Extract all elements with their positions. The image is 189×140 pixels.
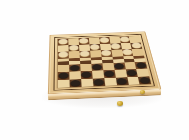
- board-square: [104, 77, 117, 85]
- board-square: [80, 64, 92, 72]
- board-frame: ●●●●●●●●●●●●●●●●●●●●●●●●: [48, 32, 161, 95]
- board-square: [124, 62, 137, 70]
- board-square: ●: [103, 70, 115, 78]
- checker-piece-dark: ●: [103, 69, 115, 77]
- board-square: ●: [125, 69, 138, 77]
- board-square: ●: [138, 76, 151, 84]
- checker-piece-dark: ●: [135, 61, 148, 69]
- checkers-board: ●●●●●●●●●●●●●●●●●●●●●●●●: [48, 32, 161, 95]
- checker-piece-dark: ●: [138, 75, 151, 83]
- board-square: [58, 64, 69, 72]
- board-square: [102, 60, 113, 64]
- board-square: [127, 76, 140, 84]
- checker-piece-dark: ●: [92, 77, 104, 85]
- checker-piece-light: ●: [58, 38, 68, 45]
- checker-piece-light: ●: [89, 43, 100, 50]
- checker-piece-light: ●: [58, 51, 69, 58]
- board-square: ●: [69, 64, 81, 72]
- board-square: [80, 60, 91, 64]
- checker-piece-dark: ●: [69, 78, 81, 86]
- checker-piece-dark: ●: [80, 70, 92, 78]
- board-square: [58, 79, 70, 87]
- checker-piece-dark: ●: [58, 71, 70, 79]
- board-square: ●: [115, 77, 128, 85]
- board-square: ●: [58, 72, 70, 80]
- board-square: ●: [92, 78, 104, 86]
- checker-piece-dark: ●: [91, 63, 103, 71]
- checker-piece-dark: ●: [125, 68, 138, 76]
- brass-clasp-left-icon: [117, 101, 123, 106]
- board-square: [69, 61, 80, 65]
- board-square: [81, 78, 93, 86]
- brass-clasp-right-icon: [140, 90, 145, 94]
- board-square: ●: [80, 71, 92, 79]
- checker-piece-light: ●: [68, 44, 79, 51]
- checker-piece-dark: ●: [113, 62, 125, 70]
- board-square: ●: [69, 79, 81, 87]
- checkers-board-grid: ●●●●●●●●●●●●●●●●●●●●●●●●: [58, 36, 150, 88]
- board-square: ●: [91, 63, 103, 71]
- board-square: [58, 58, 69, 61]
- checker-piece-light: ●: [79, 50, 90, 57]
- checker-piece-light: ●: [78, 37, 89, 44]
- board-square: ●: [135, 61, 148, 69]
- board-square: [92, 70, 104, 78]
- board-square: [91, 60, 102, 64]
- checker-piece-light: ●: [131, 42, 143, 49]
- board-square: [80, 57, 91, 60]
- board-square: [137, 69, 150, 77]
- board-square: [58, 61, 69, 65]
- product-photo: ●●●●●●●●●●●●●●●●●●●●●●●●: [0, 0, 189, 140]
- board-square: [69, 58, 80, 61]
- checker-piece-dark: ●: [115, 76, 128, 84]
- board-square: [69, 71, 81, 79]
- board-square: [102, 63, 114, 71]
- board-square: [123, 59, 135, 63]
- board-square: ●: [113, 62, 125, 70]
- board-square: [114, 69, 127, 77]
- checker-piece-dark: ●: [69, 63, 80, 71]
